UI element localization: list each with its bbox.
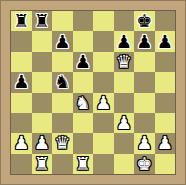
square-e4[interactable]: ♟ xyxy=(93,93,114,113)
square-h4[interactable] xyxy=(155,93,176,113)
square-h6[interactable] xyxy=(155,52,176,72)
square-b8[interactable]: ♜ xyxy=(32,11,53,31)
square-a6[interactable] xyxy=(11,52,32,72)
piece-white-queen[interactable]: ♛ xyxy=(116,53,132,71)
piece-black-pawn[interactable]: ♟ xyxy=(75,53,91,71)
square-c4[interactable] xyxy=(52,93,73,113)
piece-black-pawn[interactable]: ♟ xyxy=(136,33,152,51)
square-f6[interactable]: ♛ xyxy=(114,52,135,72)
square-c3[interactable] xyxy=(52,113,73,133)
piece-black-knight[interactable]: ♞ xyxy=(54,73,70,91)
square-a4[interactable] xyxy=(11,93,32,113)
square-a7[interactable] xyxy=(11,31,32,51)
square-d5[interactable] xyxy=(73,72,94,92)
square-b7[interactable] xyxy=(32,31,53,51)
square-h3[interactable] xyxy=(155,113,176,133)
square-c2[interactable]: ♛ xyxy=(52,133,73,153)
square-a5[interactable]: ♟ xyxy=(11,72,32,92)
square-d4[interactable]: ♞ xyxy=(73,93,94,113)
square-c1[interactable] xyxy=(52,154,73,174)
piece-white-pawn[interactable]: ♟ xyxy=(13,134,29,152)
square-f2[interactable] xyxy=(114,133,135,153)
square-b1[interactable]: ♜ xyxy=(32,154,53,174)
piece-white-queen[interactable]: ♛ xyxy=(54,134,70,152)
chess-board: ♜♜♚♟♟♟♟♟♛♟♞♞♟♟♟♟♛♟♟♜♜♚ xyxy=(10,10,176,175)
square-e8[interactable] xyxy=(93,11,114,31)
square-b6[interactable] xyxy=(32,52,53,72)
square-d1[interactable]: ♜ xyxy=(73,154,94,174)
square-g3[interactable] xyxy=(134,113,155,133)
square-b3[interactable] xyxy=(32,113,53,133)
square-f1[interactable] xyxy=(114,154,135,174)
piece-white-pawn[interactable]: ♟ xyxy=(157,134,173,152)
square-e1[interactable] xyxy=(93,154,114,174)
square-b5[interactable] xyxy=(32,72,53,92)
piece-white-pawn[interactable]: ♟ xyxy=(116,114,132,132)
square-d8[interactable] xyxy=(73,11,94,31)
square-c5[interactable]: ♞ xyxy=(52,72,73,92)
square-d3[interactable] xyxy=(73,113,94,133)
square-f4[interactable] xyxy=(114,93,135,113)
piece-black-pawn[interactable]: ♟ xyxy=(157,33,173,51)
square-d6[interactable]: ♟ xyxy=(73,52,94,72)
square-c6[interactable] xyxy=(52,52,73,72)
piece-black-rook[interactable]: ♜ xyxy=(34,12,50,30)
square-b2[interactable]: ♟ xyxy=(32,133,53,153)
square-f3[interactable]: ♟ xyxy=(114,113,135,133)
piece-white-rook[interactable]: ♜ xyxy=(34,155,50,173)
piece-white-pawn[interactable]: ♟ xyxy=(34,134,50,152)
square-e6[interactable] xyxy=(93,52,114,72)
piece-white-pawn[interactable]: ♟ xyxy=(95,94,111,112)
square-g6[interactable] xyxy=(134,52,155,72)
square-g2[interactable]: ♟ xyxy=(134,133,155,153)
square-f8[interactable] xyxy=(114,11,135,31)
piece-black-pawn[interactable]: ♟ xyxy=(116,33,132,51)
square-a3[interactable] xyxy=(11,113,32,133)
square-g8[interactable]: ♚ xyxy=(134,11,155,31)
square-d7[interactable] xyxy=(73,31,94,51)
square-e2[interactable] xyxy=(93,133,114,153)
square-g7[interactable]: ♟ xyxy=(134,31,155,51)
board-frame: ♜♜♚♟♟♟♟♟♛♟♞♞♟♟♟♟♛♟♟♜♜♚ xyxy=(0,0,186,185)
square-g5[interactable] xyxy=(134,72,155,92)
square-d2[interactable] xyxy=(73,133,94,153)
piece-white-rook[interactable]: ♜ xyxy=(75,155,91,173)
square-e3[interactable] xyxy=(93,113,114,133)
square-h7[interactable]: ♟ xyxy=(155,31,176,51)
square-c7[interactable]: ♟ xyxy=(52,31,73,51)
square-h1[interactable] xyxy=(155,154,176,174)
square-h2[interactable]: ♟ xyxy=(155,133,176,153)
square-a8[interactable]: ♜ xyxy=(11,11,32,31)
square-e5[interactable] xyxy=(93,72,114,92)
piece-black-pawn[interactable]: ♟ xyxy=(54,33,70,51)
piece-white-pawn[interactable]: ♟ xyxy=(136,134,152,152)
square-g1[interactable]: ♚ xyxy=(134,154,155,174)
square-h8[interactable] xyxy=(155,11,176,31)
square-a1[interactable] xyxy=(11,154,32,174)
piece-black-pawn[interactable]: ♟ xyxy=(13,73,29,91)
square-c8[interactable] xyxy=(52,11,73,31)
square-h5[interactable] xyxy=(155,72,176,92)
piece-white-king[interactable]: ♚ xyxy=(136,155,152,173)
piece-black-rook[interactable]: ♜ xyxy=(13,12,29,30)
piece-black-king[interactable]: ♚ xyxy=(136,12,152,30)
square-a2[interactable]: ♟ xyxy=(11,133,32,153)
square-b4[interactable] xyxy=(32,93,53,113)
square-e7[interactable] xyxy=(93,31,114,51)
square-f7[interactable]: ♟ xyxy=(114,31,135,51)
square-g4[interactable] xyxy=(134,93,155,113)
piece-white-knight[interactable]: ♞ xyxy=(75,94,91,112)
square-f5[interactable] xyxy=(114,72,135,92)
